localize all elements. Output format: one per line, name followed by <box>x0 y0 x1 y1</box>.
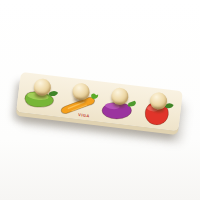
slot-green-pepper <box>19 72 63 116</box>
slot-tomato <box>136 86 180 130</box>
product-photo: VIGA <box>0 0 200 200</box>
puzzle-board: VIGA <box>16 72 183 131</box>
slot-grid <box>16 72 183 131</box>
slot-eggplant <box>97 82 141 126</box>
